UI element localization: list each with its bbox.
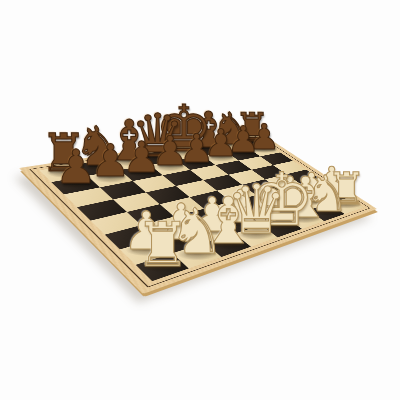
piece-black-pawn[interactable]: ♟ (55, 144, 97, 191)
piece-white-rook[interactable]: ♜ (135, 213, 190, 274)
product-photo-stage: ♜♟♞♟♝♟♟♚♜♟♟♛♞♟♟♝♝♟♟♞♚♟♟♜♛♟♟♝♟♞♟♜ (0, 0, 400, 400)
